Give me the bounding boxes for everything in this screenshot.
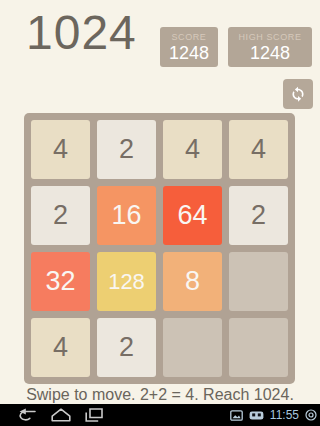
tile-16: 16 (97, 186, 156, 245)
app-title: 1024 (26, 4, 137, 62)
refresh-icon (289, 85, 307, 103)
score-value: 1248 (169, 43, 209, 63)
tile-4: 4 (31, 120, 90, 179)
high-score-label: HIGH SCORE (238, 32, 301, 43)
tile-4: 4 (163, 120, 222, 179)
board[interactable]: 424421664232128842 (24, 113, 295, 384)
alarm-icon (305, 409, 317, 421)
tile-2: 2 (97, 120, 156, 179)
score-label: SCORE (171, 32, 206, 43)
empty-cell (229, 252, 288, 311)
empty-cell (229, 318, 288, 377)
tile-8: 8 (163, 252, 222, 311)
tile-2: 2 (97, 318, 156, 377)
back-button[interactable] (16, 408, 37, 423)
recents-icon (85, 408, 103, 422)
tile-2: 2 (229, 186, 288, 245)
empty-cell (163, 318, 222, 377)
home-icon (51, 408, 71, 422)
score-box: SCORE 1248 (160, 27, 218, 67)
android-navbar: 11:55 (0, 404, 320, 426)
nav-buttons (16, 404, 103, 426)
hint-text: Swipe to move. 2+2 = 4. Reach 1024. (0, 386, 320, 404)
tile-2: 2 (31, 186, 90, 245)
high-score-box: HIGH SCORE 1248 (228, 27, 312, 67)
status-area: 11:55 (230, 404, 317, 426)
high-score-value: 1248 (250, 43, 290, 63)
tile-128: 128 (97, 252, 156, 311)
recents-button[interactable] (85, 408, 103, 422)
home-button[interactable] (51, 408, 71, 422)
tile-64: 64 (163, 186, 222, 245)
tile-32: 32 (31, 252, 90, 311)
tile-4: 4 (31, 318, 90, 377)
picture-icon (230, 410, 243, 421)
clock-time: 11:55 (270, 404, 299, 426)
usb-debug-icon (249, 410, 264, 421)
score-panel: SCORE 1248 HIGH SCORE 1248 (160, 27, 312, 67)
tile-4: 4 (229, 120, 288, 179)
new-game-button[interactable] (283, 79, 313, 109)
back-icon (16, 408, 37, 423)
